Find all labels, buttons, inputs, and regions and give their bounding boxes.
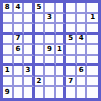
cell-r1c8[interactable] [77, 3, 88, 14]
cell-r7c9[interactable] [87, 66, 98, 77]
cell-r2c6[interactable] [56, 14, 67, 25]
cell-r1c6[interactable] [56, 3, 67, 14]
given-digit: 5 [37, 4, 42, 11]
cell-r8c8[interactable] [77, 77, 88, 88]
given-digit: 7 [68, 78, 73, 85]
cell-r4c5[interactable] [45, 35, 56, 46]
given-digit: 1 [5, 67, 10, 74]
cell-r1c5[interactable] [45, 3, 56, 14]
given-digit: 9 [47, 46, 52, 53]
given-digit: 1 [57, 46, 62, 53]
cell-r9c8[interactable] [77, 87, 88, 98]
cell-r5c3[interactable] [24, 45, 35, 56]
cell-r6c5[interactable] [45, 56, 56, 67]
cell-r9c2[interactable] [14, 87, 25, 98]
cell-r7c4[interactable] [35, 66, 46, 77]
cell-r7c7[interactable] [66, 66, 77, 77]
given-digit: 1 [90, 14, 95, 21]
cell-r2c3[interactable] [24, 14, 35, 25]
cell-r7c8[interactable]: 6 [77, 66, 88, 77]
cell-r6c9[interactable] [87, 56, 98, 67]
cell-r5c8[interactable] [77, 45, 88, 56]
cell-r3c4[interactable] [35, 24, 46, 35]
given-digit: 9 [5, 89, 10, 96]
given-digit: 7 [15, 35, 20, 42]
cell-r8c4[interactable]: 2 [35, 77, 46, 88]
cell-r3c5[interactable] [45, 24, 56, 35]
cell-r4c7[interactable]: 5 [66, 35, 77, 46]
cell-r9c1[interactable]: 9 [3, 87, 14, 98]
given-digit: 5 [68, 35, 73, 42]
cell-r6c1[interactable] [3, 56, 14, 67]
given-digit: 3 [25, 67, 30, 74]
cell-r5c7[interactable] [66, 45, 77, 56]
cell-r2c8[interactable] [77, 14, 88, 25]
sudoku-board: 84531754691136279 [0, 0, 101, 101]
cell-r7c2[interactable] [14, 66, 25, 77]
cell-r9c9[interactable] [87, 87, 98, 98]
cell-r5c1[interactable] [3, 45, 14, 56]
given-digit: 6 [15, 46, 20, 53]
cell-r6c7[interactable] [66, 56, 77, 67]
cell-r7c6[interactable] [56, 66, 67, 77]
cell-r8c1[interactable] [3, 77, 14, 88]
cell-r1c2[interactable]: 4 [14, 3, 25, 14]
cell-r8c6[interactable] [56, 77, 67, 88]
cell-r9c6[interactable] [56, 87, 67, 98]
cell-r2c1[interactable] [3, 14, 14, 25]
cell-r6c3[interactable] [24, 56, 35, 67]
cell-r9c5[interactable] [45, 87, 56, 98]
cell-r2c2[interactable] [14, 14, 25, 25]
cell-r5c6[interactable]: 1 [56, 45, 67, 56]
cell-r3c6[interactable] [56, 24, 67, 35]
cell-r8c9[interactable] [87, 77, 98, 88]
cell-r3c3[interactable] [24, 24, 35, 35]
cell-r8c5[interactable] [45, 77, 56, 88]
given-digit: 4 [15, 4, 20, 11]
cell-r3c2[interactable] [14, 24, 25, 35]
cell-r5c9[interactable] [87, 45, 98, 56]
cell-r6c6[interactable] [56, 56, 67, 67]
cell-r5c2[interactable]: 6 [14, 45, 25, 56]
cell-r4c6[interactable] [56, 35, 67, 46]
cell-r1c4[interactable]: 5 [35, 3, 46, 14]
cell-r4c8[interactable]: 4 [77, 35, 88, 46]
cell-r1c7[interactable] [66, 3, 77, 14]
cell-r1c9[interactable] [87, 3, 98, 14]
cell-r7c5[interactable] [45, 66, 56, 77]
cell-r1c3[interactable] [24, 3, 35, 14]
cell-r3c1[interactable] [3, 24, 14, 35]
cell-r1c1[interactable]: 8 [3, 3, 14, 14]
cell-r5c4[interactable] [35, 45, 46, 56]
cell-r2c7[interactable] [66, 14, 77, 25]
cell-r2c9[interactable]: 1 [87, 14, 98, 25]
cell-r3c8[interactable] [77, 24, 88, 35]
cell-r2c4[interactable] [35, 14, 46, 25]
cell-r9c4[interactable] [35, 87, 46, 98]
given-digit: 4 [79, 35, 84, 42]
cell-r3c7[interactable] [66, 24, 77, 35]
cell-r8c3[interactable] [24, 77, 35, 88]
cell-r9c7[interactable] [66, 87, 77, 98]
given-digit: 2 [37, 78, 42, 85]
cell-r7c3[interactable]: 3 [24, 66, 35, 77]
cell-r7c1[interactable]: 1 [3, 66, 14, 77]
cell-r6c2[interactable] [14, 56, 25, 67]
cell-r4c4[interactable] [35, 35, 46, 46]
cell-r4c3[interactable] [24, 35, 35, 46]
cell-r8c2[interactable] [14, 77, 25, 88]
given-digit: 6 [79, 67, 84, 74]
cell-r2c5[interactable]: 3 [45, 14, 56, 25]
cell-r5c5[interactable]: 9 [45, 45, 56, 56]
cell-r4c1[interactable] [3, 35, 14, 46]
cell-r6c4[interactable] [35, 56, 46, 67]
cell-r4c9[interactable] [87, 35, 98, 46]
cell-r4c2[interactable]: 7 [14, 35, 25, 46]
given-digit: 8 [5, 4, 10, 11]
cell-r9c3[interactable] [24, 87, 35, 98]
cell-r6c8[interactable] [77, 56, 88, 67]
cell-r8c7[interactable]: 7 [66, 77, 77, 88]
given-digit: 3 [47, 14, 52, 21]
cell-r3c9[interactable] [87, 24, 98, 35]
